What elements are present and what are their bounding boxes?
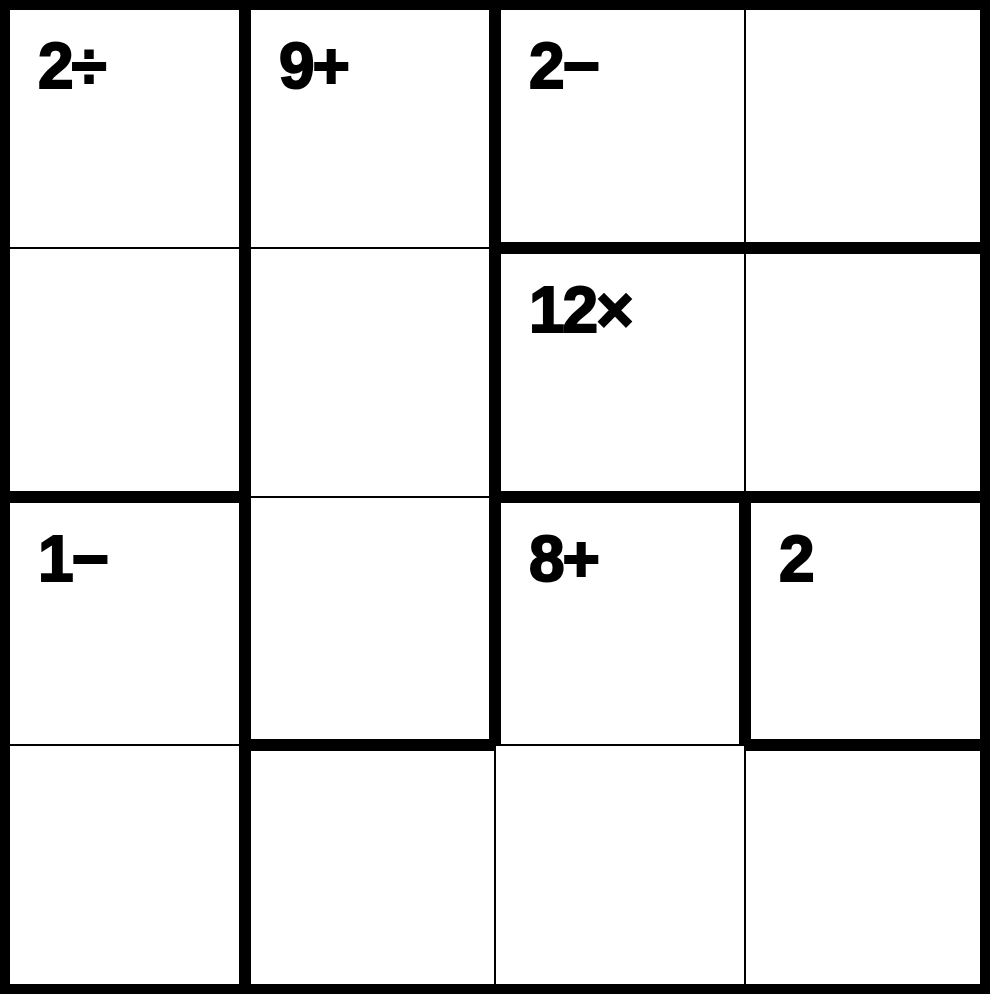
cell-r2c3[interactable]: 2 [745,497,980,745]
cell-r2c1[interactable] [245,497,495,745]
cell-r1c2[interactable]: 12× [495,248,745,497]
cell-r0c1[interactable]: 9+ [245,10,495,248]
cage-clue: 8+ [529,527,598,591]
cage-clue: 1− [38,527,107,591]
cage-clue: 2÷ [38,34,105,98]
cell-r3c1[interactable] [245,745,495,984]
kenken-board: 2÷9+2−12×1−8+2 [0,0,990,994]
cell-r3c2[interactable] [495,745,745,984]
cell-r1c3[interactable] [745,248,980,497]
cell-r0c3[interactable] [745,10,980,248]
cage-clue: 2− [529,34,598,98]
cell-r2c0[interactable]: 1− [10,497,245,745]
cell-r3c3[interactable] [745,745,980,984]
cell-r0c2[interactable]: 2− [495,10,745,248]
cell-r1c0[interactable] [10,248,245,497]
cage-clue: 9+ [279,34,348,98]
cell-r2c2[interactable]: 8+ [495,497,745,745]
cell-r3c0[interactable] [10,745,245,984]
cell-r0c0[interactable]: 2÷ [10,10,245,248]
cell-r1c1[interactable] [245,248,495,497]
cage-clue: 12× [529,278,632,342]
cage-clue: 2 [779,527,813,591]
